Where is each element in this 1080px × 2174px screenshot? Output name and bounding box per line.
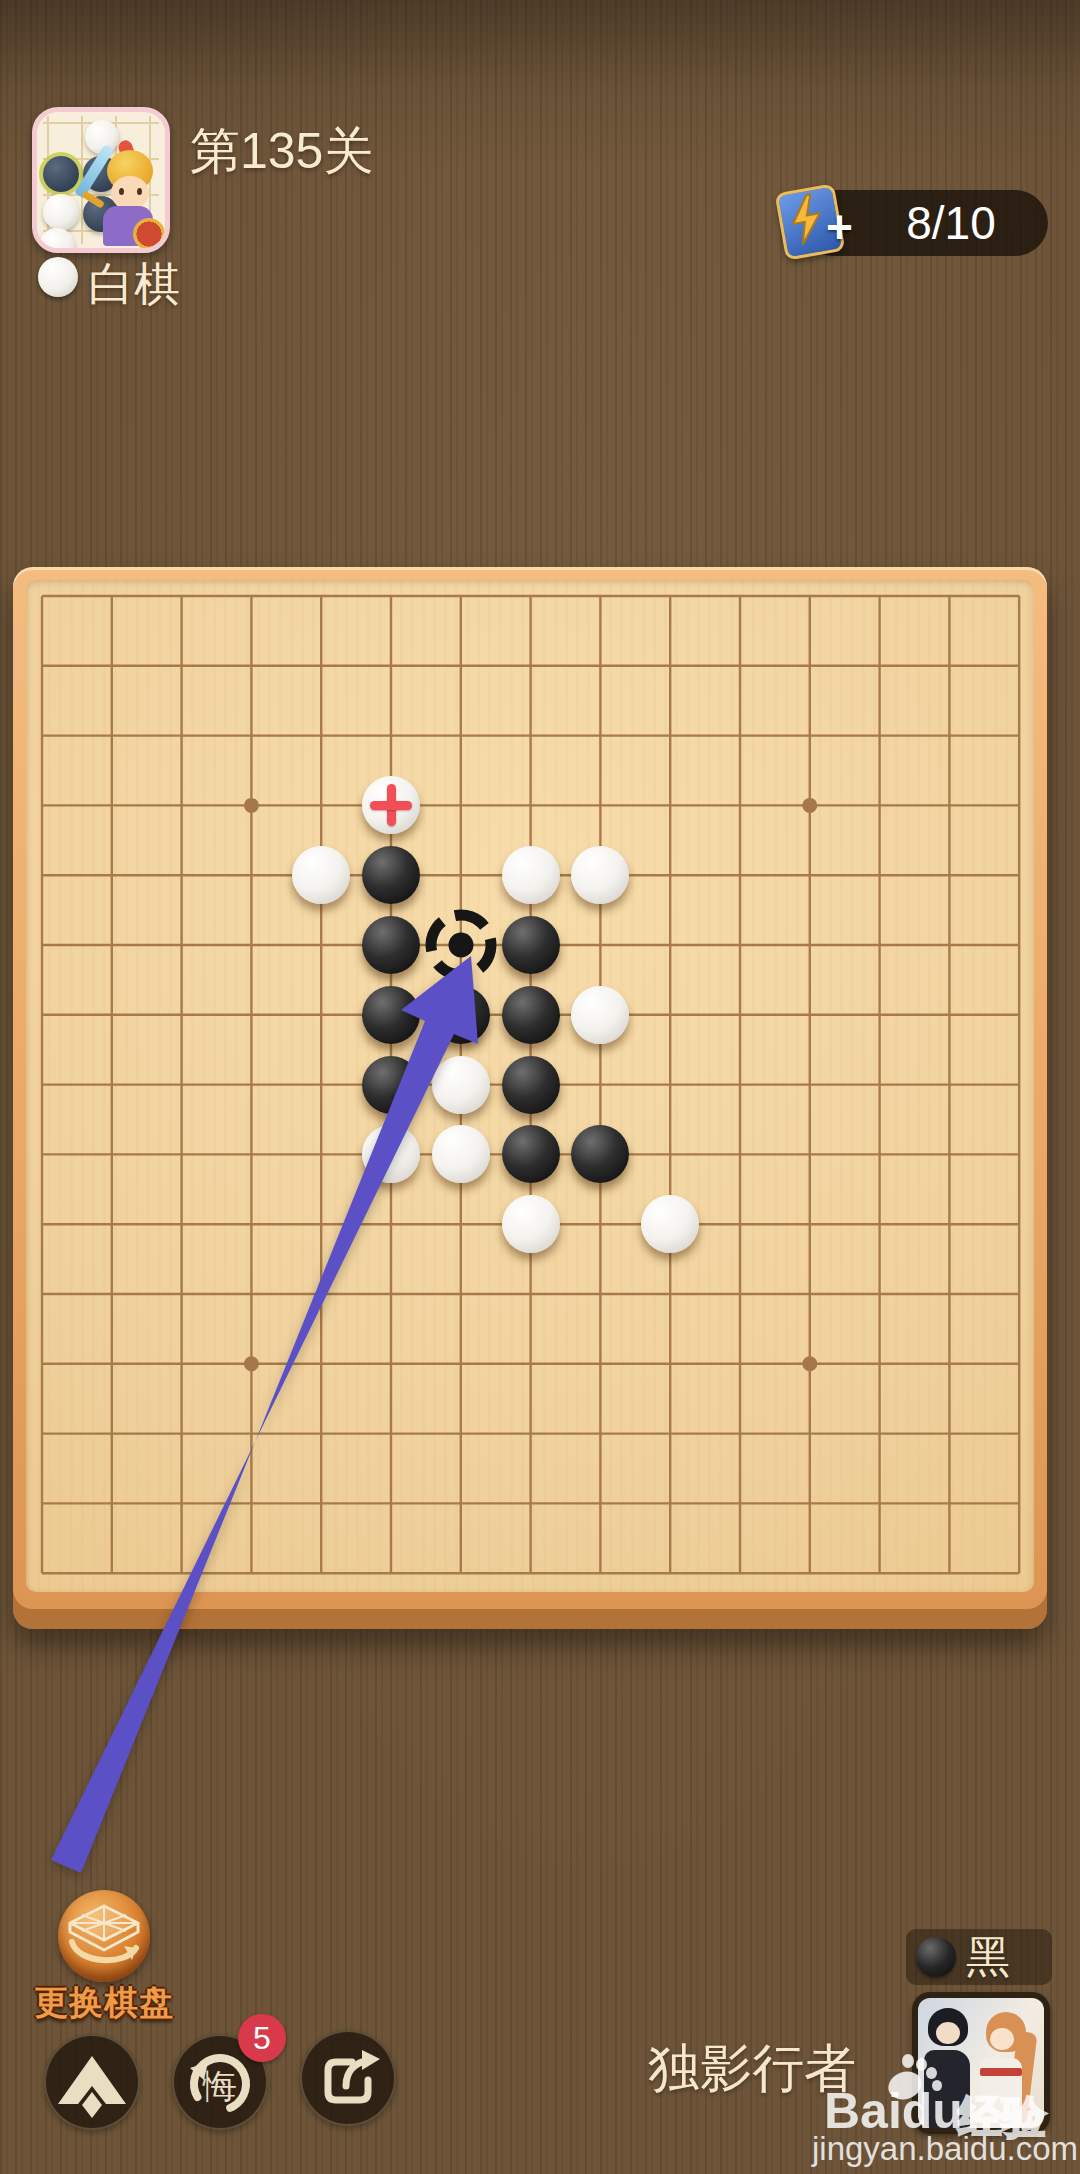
mini-black-stone-highlight <box>43 156 79 192</box>
energy-count: 8/10 <box>870 190 1032 256</box>
white-stone <box>641 1195 699 1253</box>
mountain-icon <box>44 2034 140 2130</box>
change-board-label: 更换棋盘 <box>30 1980 178 2026</box>
hint-target-marker[interactable] <box>417 901 505 989</box>
black-stone <box>502 916 560 974</box>
white-stone <box>571 986 629 1044</box>
energy-badge[interactable]: + 8/10 <box>800 190 1048 256</box>
black-stone <box>502 1125 560 1183</box>
white-stone <box>432 1056 490 1114</box>
white-stone <box>292 846 350 904</box>
white-stone <box>502 846 560 904</box>
menu-button[interactable] <box>44 2034 140 2130</box>
mini-white-stone <box>43 194 79 230</box>
white-stone <box>362 1125 420 1183</box>
white-stone-icon <box>38 257 78 297</box>
share-icon <box>300 2030 396 2126</box>
opponent-avatar-art <box>918 1998 1044 2128</box>
red-cross-marker <box>370 801 412 810</box>
black-stone <box>362 986 420 1044</box>
undo-button[interactable]: 悔 5 <box>172 2034 268 2130</box>
knight-face <box>111 176 149 210</box>
opponent-avatar[interactable] <box>912 1992 1050 2134</box>
black-stone <box>362 1056 420 1114</box>
black-stone <box>362 916 420 974</box>
white-stone <box>502 1195 560 1253</box>
player-name: 独影行者 <box>648 2034 856 2104</box>
gomoku-board[interactable] <box>13 567 1047 1629</box>
energy-plus: + <box>826 200 853 254</box>
knight-eye <box>119 188 124 195</box>
knight-eye <box>137 188 142 195</box>
level-avatar-card[interactable] <box>32 107 170 253</box>
share-button[interactable] <box>300 2030 396 2126</box>
level-title: 第135关 <box>190 118 373 185</box>
black-stone <box>362 846 420 904</box>
change-board-icon <box>58 1890 150 1982</box>
black-stone-icon <box>916 1937 956 1977</box>
watermark-url: jingyan.baidu.com <box>812 2130 1062 2168</box>
black-stone <box>432 986 490 1044</box>
white-stone <box>432 1125 490 1183</box>
player-side-label: 白棋 <box>88 254 180 316</box>
black-stone <box>502 986 560 1044</box>
black-stone <box>502 1056 560 1114</box>
change-board-button[interactable]: 更换棋盘 <box>30 1890 178 2026</box>
undo-count-badge: 5 <box>238 2014 286 2062</box>
undo-label: 悔 <box>172 2064 268 2110</box>
opponent-side-badge: 黑棋 <box>906 1929 1052 1985</box>
knight-shield <box>133 218 165 250</box>
